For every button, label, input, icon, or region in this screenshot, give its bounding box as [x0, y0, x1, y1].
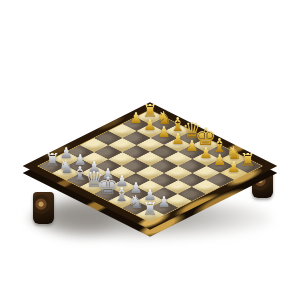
board-foot-left: [33, 192, 54, 224]
chess-set-photo: ♜♞♟♝♟♛♟♚♟♝♟♞♟♟♜♟♟♜♟♟♞♟♝♟♛♟♚♟♝♟♞♜: [0, 0, 300, 300]
